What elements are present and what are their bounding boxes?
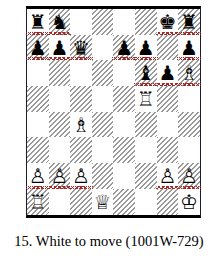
square-g7 xyxy=(157,35,179,61)
square-g8: ♚ xyxy=(157,9,179,35)
square-f5: ♜♖ xyxy=(135,86,157,112)
square-h4 xyxy=(178,112,200,138)
square-e4 xyxy=(113,112,135,138)
square-b1 xyxy=(49,189,71,215)
square-d1: ♛♕ xyxy=(92,189,114,215)
square-f8 xyxy=(135,9,157,35)
black-pawn: ♟ xyxy=(115,38,133,58)
square-d5 xyxy=(92,86,114,112)
square-h2: ♟♙ xyxy=(178,163,200,189)
square-d8 xyxy=(92,9,114,35)
square-e2 xyxy=(113,163,135,189)
square-e8 xyxy=(113,9,135,35)
white-bishop: ♗ xyxy=(72,115,90,135)
square-h6: ♝♗ xyxy=(178,60,200,86)
board: ♜♞♚♜♟♟♛♟♟♟♝♟♝♗♜♖♝♗♟♙♟♙♟♙♟♙♟♙♜♖♛♕♚♔ xyxy=(27,9,200,215)
square-e6 xyxy=(113,60,135,86)
white-pawn: ♙ xyxy=(180,166,198,186)
black-pawn: ♟ xyxy=(29,38,47,58)
white-pawn: ♙ xyxy=(50,166,68,186)
square-c8 xyxy=(70,9,92,35)
white-pawn: ♙ xyxy=(158,166,176,186)
square-b6 xyxy=(49,60,71,86)
square-a1: ♜♖ xyxy=(27,189,49,215)
white-king: ♔ xyxy=(180,192,198,212)
square-b5 xyxy=(49,86,71,112)
square-c5 xyxy=(70,86,92,112)
square-f2 xyxy=(135,163,157,189)
square-g2: ♟♙ xyxy=(157,163,179,189)
square-a8: ♜ xyxy=(27,9,49,35)
square-f3 xyxy=(135,137,157,163)
square-a2: ♟♙ xyxy=(27,163,49,189)
square-b8: ♞ xyxy=(49,9,71,35)
square-c2: ♟♙ xyxy=(70,163,92,189)
square-e5 xyxy=(113,86,135,112)
black-pawn: ♟ xyxy=(180,38,198,58)
square-h7: ♟ xyxy=(178,35,200,61)
square-c3 xyxy=(70,137,92,163)
square-d7 xyxy=(92,35,114,61)
square-h1: ♚♔ xyxy=(178,189,200,215)
square-d2 xyxy=(92,163,114,189)
square-a4 xyxy=(27,112,49,138)
square-f4 xyxy=(135,112,157,138)
diagram-page: ♜♞♚♜♟♟♛♟♟♟♝♟♝♗♜♖♝♗♟♙♟♙♟♙♟♙♟♙♜♖♛♕♚♔ 15. W… xyxy=(0,0,218,264)
white-bishop: ♗ xyxy=(180,63,198,83)
square-a5 xyxy=(27,86,49,112)
square-e3 xyxy=(113,137,135,163)
square-d3 xyxy=(92,137,114,163)
square-g4 xyxy=(157,112,179,138)
white-rook: ♖ xyxy=(137,89,155,109)
square-a7: ♟ xyxy=(27,35,49,61)
square-b7: ♟ xyxy=(49,35,71,61)
square-h5 xyxy=(178,86,200,112)
black-rook: ♜ xyxy=(29,12,47,32)
square-h8: ♜ xyxy=(178,9,200,35)
white-rook: ♖ xyxy=(29,192,47,212)
square-c7: ♛ xyxy=(70,35,92,61)
black-rook: ♜ xyxy=(180,12,198,32)
white-queen: ♕ xyxy=(94,192,112,212)
black-queen: ♛ xyxy=(72,38,90,58)
square-e7: ♟ xyxy=(113,35,135,61)
square-a6 xyxy=(27,60,49,86)
square-b2: ♟♙ xyxy=(49,163,71,189)
square-f7: ♟ xyxy=(135,35,157,61)
black-pawn: ♟ xyxy=(158,63,176,83)
black-pawn: ♟ xyxy=(137,38,155,58)
square-c6 xyxy=(70,60,92,86)
black-bishop: ♝ xyxy=(137,63,155,83)
white-pawn: ♙ xyxy=(72,166,90,186)
square-g6: ♟ xyxy=(157,60,179,86)
square-c1 xyxy=(70,189,92,215)
black-knight: ♞ xyxy=(50,12,68,32)
square-b3 xyxy=(49,137,71,163)
square-e1 xyxy=(113,189,135,215)
square-f6: ♝ xyxy=(135,60,157,86)
board-frame: ♜♞♚♜♟♟♛♟♟♟♝♟♝♗♜♖♝♗♟♙♟♙♟♙♟♙♟♙♜♖♛♕♚♔ xyxy=(26,6,201,218)
square-g5 xyxy=(157,86,179,112)
black-pawn: ♟ xyxy=(50,38,68,58)
square-h3 xyxy=(178,137,200,163)
square-d4 xyxy=(92,112,114,138)
white-pawn: ♙ xyxy=(29,166,47,186)
black-king: ♚ xyxy=(158,12,176,32)
square-b4 xyxy=(49,112,71,138)
square-c4: ♝♗ xyxy=(70,112,92,138)
caption: 15. White to move (1001W-729) xyxy=(0,233,218,250)
square-a3 xyxy=(27,137,49,163)
square-d6 xyxy=(92,60,114,86)
square-f1 xyxy=(135,189,157,215)
square-g3 xyxy=(157,137,179,163)
square-g1 xyxy=(157,189,179,215)
